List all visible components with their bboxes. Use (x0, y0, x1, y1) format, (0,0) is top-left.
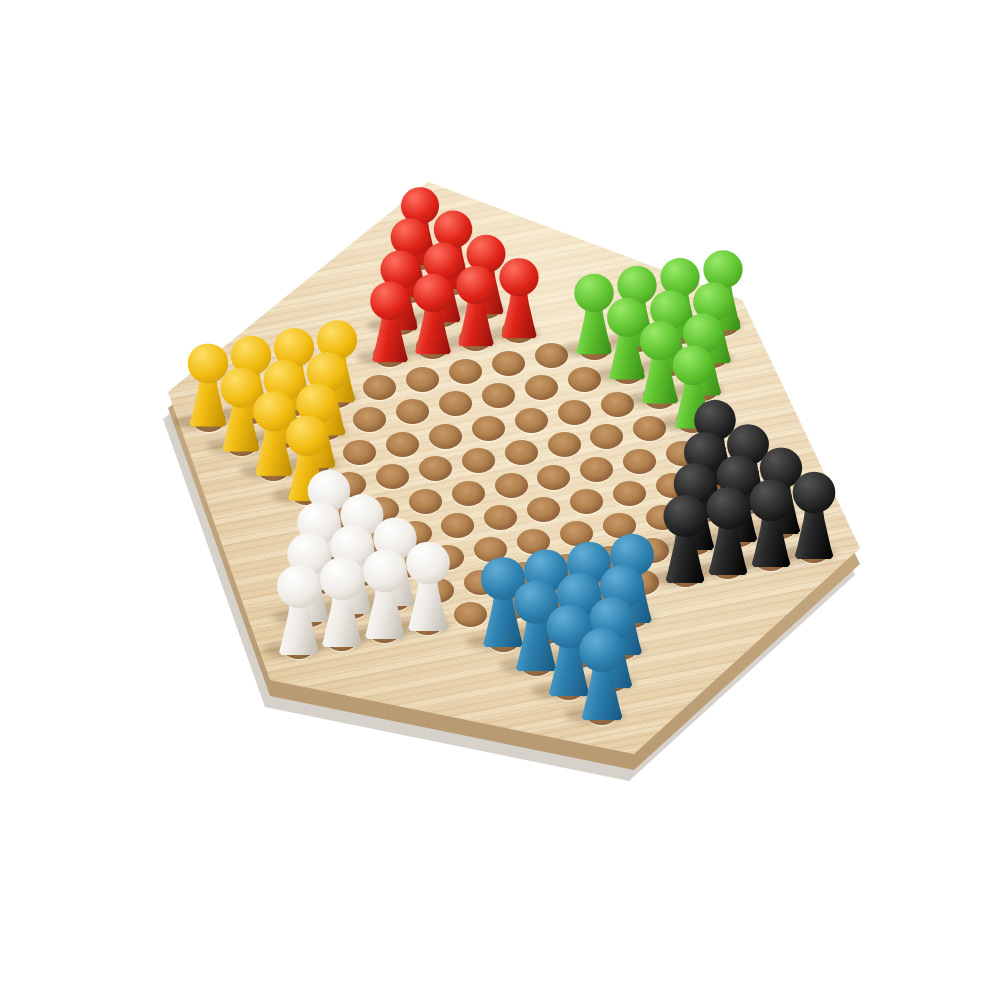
peg-red[interactable] (412, 274, 453, 355)
hole[interactable] (492, 351, 525, 376)
hole[interactable] (537, 465, 570, 490)
peg-ball-head (579, 628, 624, 672)
peg-ball-head (792, 471, 835, 513)
hole[interactable] (462, 448, 495, 473)
hole[interactable] (590, 424, 623, 449)
peg-ball-head (499, 258, 538, 296)
hole[interactable] (409, 489, 442, 514)
peg-white[interactable] (276, 565, 322, 655)
peg-ball-head (413, 274, 453, 313)
peg-white[interactable] (319, 557, 365, 647)
hole[interactable] (525, 375, 558, 400)
hole[interactable] (623, 449, 656, 474)
peg-ball-head (370, 281, 410, 320)
hole[interactable] (613, 481, 646, 506)
peg-ball-head (749, 479, 792, 521)
peg-ball-head (456, 266, 495, 304)
hole[interactable] (363, 375, 396, 400)
peg-red[interactable] (455, 266, 496, 347)
hole[interactable] (343, 440, 376, 465)
hole[interactable] (439, 391, 472, 416)
peg-red[interactable] (498, 258, 539, 338)
hole[interactable] (452, 481, 485, 506)
peg-black[interactable] (663, 495, 708, 583)
peg-black[interactable] (748, 479, 793, 567)
chinese-checkers-board (0, 0, 1002, 1002)
hole[interactable] (419, 456, 452, 481)
peg-ball-head (707, 487, 750, 529)
hole[interactable] (558, 400, 591, 425)
hole[interactable] (548, 432, 581, 457)
hole[interactable] (484, 505, 517, 530)
hole[interactable] (505, 440, 538, 465)
hole[interactable] (396, 399, 429, 424)
peg-ball-head (406, 541, 450, 584)
peg-black[interactable] (705, 487, 750, 575)
hole[interactable] (472, 416, 505, 441)
hole[interactable] (570, 489, 603, 514)
peg-blue[interactable] (578, 628, 625, 720)
peg-white[interactable] (405, 541, 451, 631)
peg-ball-head (664, 495, 707, 537)
hole[interactable] (386, 432, 419, 457)
hole[interactable] (580, 457, 613, 482)
hole[interactable] (495, 473, 528, 498)
hole[interactable] (429, 424, 462, 449)
hole[interactable] (449, 359, 482, 384)
peg-ball-head (363, 549, 407, 592)
peg-white[interactable] (362, 549, 408, 639)
peg-ball-head (672, 345, 713, 385)
peg-ball-head (286, 415, 328, 456)
hole[interactable] (406, 367, 439, 392)
hole[interactable] (527, 497, 560, 522)
hole[interactable] (441, 513, 474, 538)
peg-ball-head (320, 557, 364, 600)
hole[interactable] (482, 383, 515, 408)
peg-ball-head (277, 565, 321, 608)
peg-red[interactable] (369, 281, 411, 362)
board-cells-layer (0, 0, 1002, 1002)
peg-black[interactable] (791, 471, 836, 558)
hole[interactable] (515, 408, 548, 433)
hole[interactable] (376, 464, 409, 489)
hole[interactable] (353, 407, 386, 432)
